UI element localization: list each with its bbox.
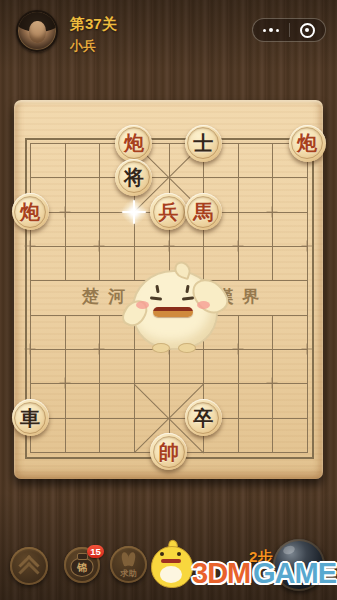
more-button[interactable]: [253, 19, 289, 41]
exit-button[interactable]: [290, 19, 326, 41]
more-dots-icon: [276, 29, 279, 32]
point-marker: [267, 378, 278, 389]
player-name: 小兵: [70, 37, 96, 55]
money-bag-icon: 锦: [71, 558, 94, 577]
point-marker: [94, 343, 105, 354]
grid-line: [238, 315, 239, 452]
chick-cheek: [197, 301, 210, 309]
piece-red-cannon[interactable]: 炮: [289, 125, 326, 162]
chick-foot: [178, 343, 196, 353]
piece-black-advisor[interactable]: 士: [185, 125, 222, 162]
app-screen: 第37关 小兵 楚河 漢界 炮士炮将炮兵馬車卒帥: [0, 0, 337, 600]
bag-badge: 15: [87, 545, 104, 558]
piece-red-cannon[interactable]: 炮: [115, 125, 152, 162]
piece-red-general[interactable]: 帥: [150, 433, 187, 470]
piece-red-soldier[interactable]: 兵: [150, 193, 187, 230]
chick-beak: [153, 307, 193, 317]
grid-line: [99, 143, 100, 280]
dark-orb-button[interactable]: [273, 539, 325, 591]
point-marker: [232, 343, 243, 354]
collapse-button[interactable]: [10, 547, 48, 585]
watermark-text-3dm: 3DM: [192, 557, 250, 590]
level-label: 第37关: [70, 15, 117, 34]
point-marker: [94, 240, 105, 251]
point-marker: [302, 240, 313, 251]
watermark-chick-icon: [150, 542, 192, 588]
praying-hands-icon: [126, 551, 136, 566]
piece-red-horse[interactable]: 馬: [185, 193, 222, 230]
avatar[interactable]: [16, 10, 58, 52]
help-label: 求助: [110, 568, 147, 579]
point-marker: [59, 378, 70, 389]
point-marker: [267, 206, 278, 217]
point-marker: [302, 343, 313, 354]
xiangqi-board: 楚河 漢界 炮士炮将炮兵馬車卒帥: [14, 100, 323, 479]
piece-black-soldier[interactable]: 卒: [185, 399, 222, 436]
help-button[interactable]: 求助: [110, 546, 147, 583]
chick-foot: [152, 343, 170, 353]
grid-line: [238, 143, 239, 280]
chick-cheek: [136, 301, 149, 309]
bag-button[interactable]: 锦 15: [64, 547, 100, 583]
wechat-capsule: [252, 18, 326, 42]
chick-mascot: [126, 263, 220, 353]
grid-line: [99, 315, 100, 452]
point-marker: [163, 240, 174, 251]
point-marker: [25, 343, 36, 354]
point-marker: [59, 206, 70, 217]
piece-black-general[interactable]: 将: [115, 159, 152, 196]
avatar-face: [29, 21, 46, 43]
point-marker: [232, 240, 243, 251]
more-dots-icon: [269, 28, 274, 33]
grid-line: [307, 143, 308, 452]
exit-circle-icon: [300, 23, 315, 38]
point-marker: [25, 240, 36, 251]
piece-red-cannon[interactable]: 炮: [12, 193, 49, 230]
more-dots-icon: [263, 29, 266, 32]
piece-black-chariot[interactable]: 車: [12, 399, 49, 436]
steps-counter: 2步: [249, 548, 272, 567]
move-sparkle-highlight: [121, 199, 147, 225]
